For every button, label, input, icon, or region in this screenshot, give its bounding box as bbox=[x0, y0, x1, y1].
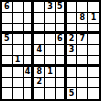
cell-r1c1: 6 bbox=[2, 2, 13, 13]
cell-r3c3[interactable] bbox=[24, 24, 35, 35]
cell-r1c4[interactable] bbox=[34, 2, 45, 13]
cell-r4c1: 5 bbox=[2, 34, 13, 45]
cell-r5c4: 4 bbox=[34, 45, 45, 56]
cell-r9c7: 5 bbox=[67, 88, 78, 99]
cell-r5c1[interactable] bbox=[2, 45, 13, 56]
cell-r2c2[interactable] bbox=[13, 13, 24, 24]
cell-r3c7[interactable] bbox=[67, 24, 78, 35]
cell-r3c5[interactable] bbox=[45, 24, 56, 35]
cell-r1c3[interactable] bbox=[24, 2, 35, 13]
cell-r2c9: 1 bbox=[88, 13, 99, 24]
cell-r4c9[interactable] bbox=[88, 34, 99, 45]
cell-r1c9[interactable] bbox=[88, 2, 99, 13]
cell-r1c6: 5 bbox=[56, 2, 67, 13]
cell-r3c6[interactable] bbox=[56, 24, 67, 35]
cell-r7c2[interactable] bbox=[13, 67, 24, 78]
cell-r7c8[interactable] bbox=[77, 67, 88, 78]
cell-r4c3[interactable] bbox=[24, 34, 35, 45]
cell-r2c4[interactable] bbox=[34, 13, 45, 24]
cell-r7c5: 1 bbox=[45, 67, 56, 78]
cell-r6c3[interactable] bbox=[24, 56, 35, 67]
cell-r2c7[interactable] bbox=[67, 13, 78, 24]
cell-r6c8[interactable] bbox=[77, 56, 88, 67]
cell-r3c4[interactable] bbox=[34, 24, 45, 35]
cell-r9c2[interactable] bbox=[13, 88, 24, 99]
cell-r7c7[interactable] bbox=[67, 67, 78, 78]
cell-r5c8[interactable] bbox=[77, 45, 88, 56]
cell-r7c4: 8 bbox=[34, 67, 45, 78]
cell-r1c8[interactable] bbox=[77, 2, 88, 13]
cell-r2c5[interactable] bbox=[45, 13, 56, 24]
cell-r3c8[interactable] bbox=[77, 24, 88, 35]
cell-r6c4[interactable] bbox=[34, 56, 45, 67]
cell-r9c1[interactable] bbox=[2, 88, 13, 99]
cell-r8c1[interactable] bbox=[2, 78, 13, 89]
cell-r7c1[interactable] bbox=[2, 67, 13, 78]
cell-r9c8[interactable] bbox=[77, 88, 88, 99]
cell-r2c6[interactable] bbox=[56, 13, 67, 24]
cell-r6c5[interactable] bbox=[45, 56, 56, 67]
cell-r5c7: 3 bbox=[67, 45, 78, 56]
cell-r6c1[interactable] bbox=[2, 56, 13, 67]
cell-r2c3[interactable] bbox=[24, 13, 35, 24]
cell-r7c6[interactable] bbox=[56, 67, 67, 78]
cell-r4c6: 6 bbox=[56, 34, 67, 45]
cell-r4c4[interactable] bbox=[34, 34, 45, 45]
cell-r6c6[interactable] bbox=[56, 56, 67, 67]
cell-r7c3: 4 bbox=[24, 67, 35, 78]
cell-r8c7[interactable] bbox=[67, 78, 78, 89]
cell-r8c3[interactable] bbox=[24, 78, 35, 89]
cell-r3c2[interactable] bbox=[13, 24, 24, 35]
cell-r3c1[interactable] bbox=[2, 24, 13, 35]
cell-r8c6[interactable] bbox=[56, 78, 67, 89]
cell-r2c8: 8 bbox=[77, 13, 88, 24]
cell-r4c2[interactable] bbox=[13, 34, 24, 45]
sudoku-grid: 63581562743148125 bbox=[0, 0, 101, 101]
cell-r6c2: 1 bbox=[13, 56, 24, 67]
cell-r5c6[interactable] bbox=[56, 45, 67, 56]
cell-r5c3[interactable] bbox=[24, 45, 35, 56]
cell-r4c7: 2 bbox=[67, 34, 78, 45]
cell-r5c9[interactable] bbox=[88, 45, 99, 56]
cell-r4c8: 7 bbox=[77, 34, 88, 45]
sudoku-puzzle: 63581562743148125 bbox=[0, 0, 101, 101]
cell-r8c2[interactable] bbox=[13, 78, 24, 89]
cell-r1c7[interactable] bbox=[67, 2, 78, 13]
cell-r2c1[interactable] bbox=[2, 13, 13, 24]
cell-r8c9[interactable] bbox=[88, 78, 99, 89]
cell-r1c2[interactable] bbox=[13, 2, 24, 13]
cell-r4c5[interactable] bbox=[45, 34, 56, 45]
cell-r8c8[interactable] bbox=[77, 78, 88, 89]
cell-r8c5[interactable] bbox=[45, 78, 56, 89]
cell-r7c9[interactable] bbox=[88, 67, 99, 78]
cell-r6c9[interactable] bbox=[88, 56, 99, 67]
cell-r1c5: 3 bbox=[45, 2, 56, 13]
cell-r5c5[interactable] bbox=[45, 45, 56, 56]
cell-r9c4[interactable] bbox=[34, 88, 45, 99]
cell-r9c6[interactable] bbox=[56, 88, 67, 99]
cell-r9c5[interactable] bbox=[45, 88, 56, 99]
cell-r3c9[interactable] bbox=[88, 24, 99, 35]
cell-r8c4: 2 bbox=[34, 78, 45, 89]
cell-r9c3[interactable] bbox=[24, 88, 35, 99]
cell-r6c7[interactable] bbox=[67, 56, 78, 67]
cell-r9c9[interactable] bbox=[88, 88, 99, 99]
